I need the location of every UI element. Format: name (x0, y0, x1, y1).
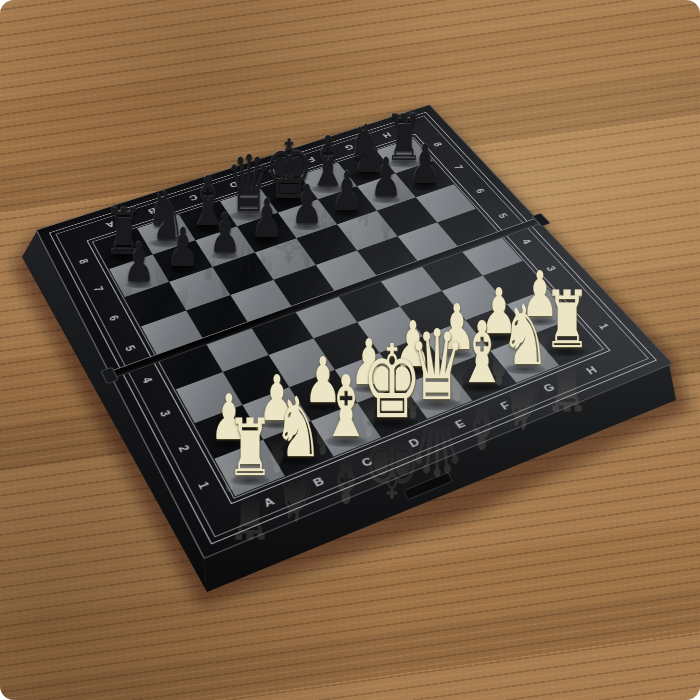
wood-table-surface: 88AA77BB66CC55DD44EE33FF22GG11HH ♜♜♞♞♟♟♝… (0, 0, 700, 700)
